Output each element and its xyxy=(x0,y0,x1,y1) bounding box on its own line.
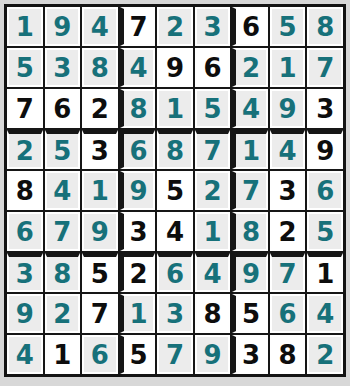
cell-r3c9[interactable]: 3 xyxy=(307,89,343,128)
cell-r4c8[interactable]: 4 xyxy=(270,130,306,169)
cell-r7c7[interactable]: 9 xyxy=(232,253,268,292)
cell-r1c8[interactable]: 5 xyxy=(270,7,306,46)
cell-r1c2[interactable]: 9 xyxy=(45,7,81,46)
sudoku-board: 1947236585384962177628154932536871498419… xyxy=(4,4,346,377)
cell-r3c5[interactable]: 1 xyxy=(157,89,193,128)
cell-r9c3[interactable]: 6 xyxy=(82,335,118,374)
sudoku-page: 1947236585384962177628154932536871498419… xyxy=(0,0,350,386)
cell-r4c3[interactable]: 3 xyxy=(82,130,118,169)
cell-r2c7[interactable]: 2 xyxy=(232,48,268,87)
cell-r9c7[interactable]: 3 xyxy=(232,335,268,374)
cell-r1c6[interactable]: 3 xyxy=(195,7,231,46)
cell-r7c9[interactable]: 1 xyxy=(307,253,343,292)
cell-r2c2[interactable]: 3 xyxy=(45,48,81,87)
cell-r6c1[interactable]: 6 xyxy=(7,212,43,251)
cell-r8c5[interactable]: 3 xyxy=(157,294,193,333)
cell-r1c7[interactable]: 6 xyxy=(232,7,268,46)
cell-r9c2[interactable]: 1 xyxy=(45,335,81,374)
cell-r6c6[interactable]: 1 xyxy=(195,212,231,251)
cell-r2c5[interactable]: 9 xyxy=(157,48,193,87)
cell-r1c1[interactable]: 1 xyxy=(7,7,43,46)
cell-r8c8[interactable]: 6 xyxy=(270,294,306,333)
cell-r5c8[interactable]: 3 xyxy=(270,171,306,210)
cell-r3c8[interactable]: 9 xyxy=(270,89,306,128)
cell-r4c2[interactable]: 5 xyxy=(45,130,81,169)
cell-r3c3[interactable]: 2 xyxy=(82,89,118,128)
cell-r8c2[interactable]: 2 xyxy=(45,294,81,333)
cell-r4c1[interactable]: 2 xyxy=(7,130,43,169)
cell-r5c1[interactable]: 8 xyxy=(7,171,43,210)
cell-r4c7[interactable]: 1 xyxy=(232,130,268,169)
cell-r5c3[interactable]: 1 xyxy=(82,171,118,210)
cell-r7c5[interactable]: 6 xyxy=(157,253,193,292)
cell-r3c2[interactable]: 6 xyxy=(45,89,81,128)
cell-r7c3[interactable]: 5 xyxy=(82,253,118,292)
cell-r2c1[interactable]: 5 xyxy=(7,48,43,87)
cell-r9c1[interactable]: 4 xyxy=(7,335,43,374)
cell-r6c2[interactable]: 7 xyxy=(45,212,81,251)
cell-r9c8[interactable]: 8 xyxy=(270,335,306,374)
cell-r6c8[interactable]: 2 xyxy=(270,212,306,251)
cell-r3c6[interactable]: 5 xyxy=(195,89,231,128)
cell-r6c7[interactable]: 8 xyxy=(232,212,268,251)
cell-r9c4[interactable]: 5 xyxy=(120,335,156,374)
cell-r7c2[interactable]: 8 xyxy=(45,253,81,292)
cell-r6c5[interactable]: 4 xyxy=(157,212,193,251)
cell-r8c6[interactable]: 8 xyxy=(195,294,231,333)
cell-r8c4[interactable]: 1 xyxy=(120,294,156,333)
cell-r1c4[interactable]: 7 xyxy=(120,7,156,46)
cell-r5c4[interactable]: 9 xyxy=(120,171,156,210)
cell-r4c5[interactable]: 8 xyxy=(157,130,193,169)
cell-r3c4[interactable]: 8 xyxy=(120,89,156,128)
cell-r7c1[interactable]: 3 xyxy=(7,253,43,292)
cell-r7c4[interactable]: 2 xyxy=(120,253,156,292)
cell-r8c9[interactable]: 4 xyxy=(307,294,343,333)
cell-r9c6[interactable]: 9 xyxy=(195,335,231,374)
cell-r6c3[interactable]: 9 xyxy=(82,212,118,251)
cell-r7c8[interactable]: 7 xyxy=(270,253,306,292)
cell-r2c3[interactable]: 8 xyxy=(82,48,118,87)
cell-r6c9[interactable]: 5 xyxy=(307,212,343,251)
cell-r8c3[interactable]: 7 xyxy=(82,294,118,333)
cell-r2c4[interactable]: 4 xyxy=(120,48,156,87)
cell-r5c5[interactable]: 5 xyxy=(157,171,193,210)
cell-r9c5[interactable]: 7 xyxy=(157,335,193,374)
cell-r4c9[interactable]: 9 xyxy=(307,130,343,169)
cell-r2c8[interactable]: 1 xyxy=(270,48,306,87)
cell-r3c1[interactable]: 7 xyxy=(7,89,43,128)
cell-r5c9[interactable]: 6 xyxy=(307,171,343,210)
cell-r4c6[interactable]: 7 xyxy=(195,130,231,169)
cell-r5c6[interactable]: 2 xyxy=(195,171,231,210)
cell-r1c9[interactable]: 8 xyxy=(307,7,343,46)
cell-r7c6[interactable]: 4 xyxy=(195,253,231,292)
cell-r6c4[interactable]: 3 xyxy=(120,212,156,251)
cell-r2c9[interactable]: 7 xyxy=(307,48,343,87)
cell-r8c7[interactable]: 5 xyxy=(232,294,268,333)
cell-r2c6[interactable]: 6 xyxy=(195,48,231,87)
cell-r8c1[interactable]: 9 xyxy=(7,294,43,333)
cell-r5c7[interactable]: 7 xyxy=(232,171,268,210)
cell-r1c5[interactable]: 2 xyxy=(157,7,193,46)
cell-r4c4[interactable]: 6 xyxy=(120,130,156,169)
cell-r9c9[interactable]: 2 xyxy=(307,335,343,374)
cell-r1c3[interactable]: 4 xyxy=(82,7,118,46)
cell-r5c2[interactable]: 4 xyxy=(45,171,81,210)
cell-r3c7[interactable]: 4 xyxy=(232,89,268,128)
